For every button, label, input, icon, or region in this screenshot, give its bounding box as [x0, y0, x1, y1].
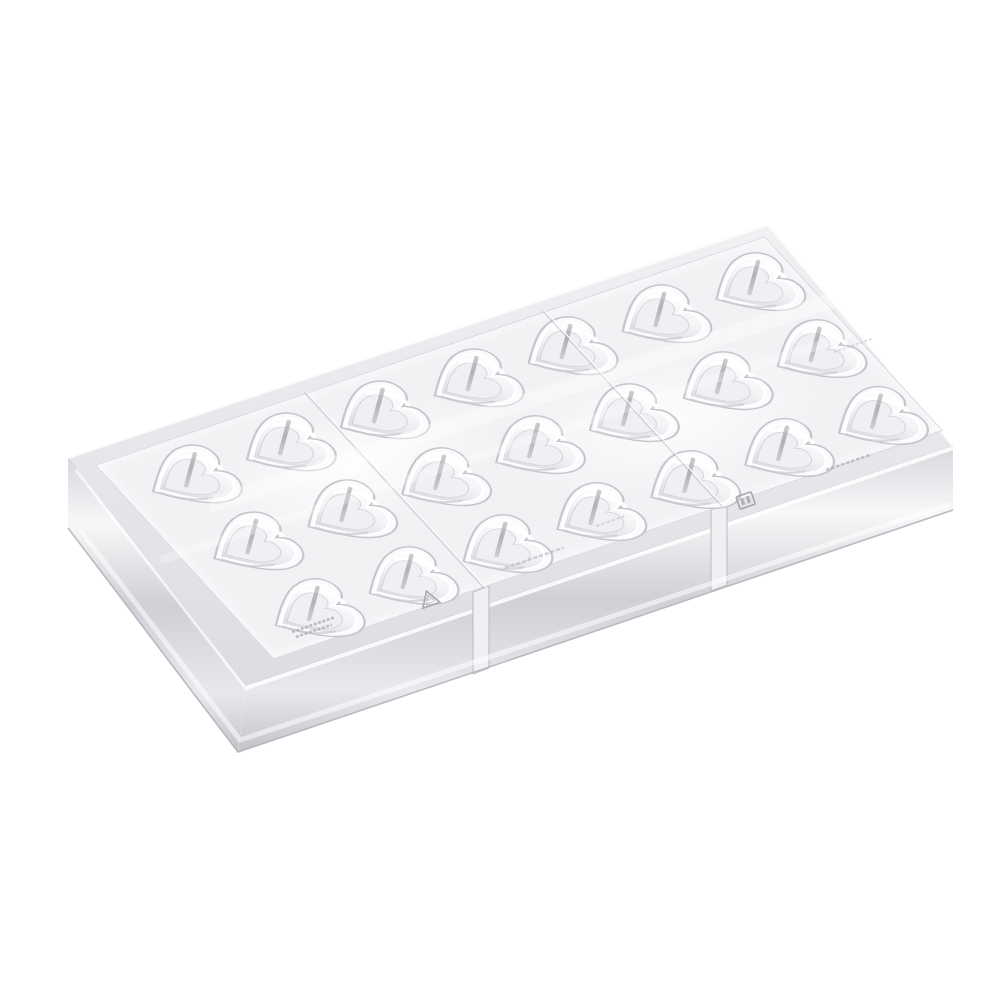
sheen-band [160, 335, 850, 560]
embossed-text-mark [826, 454, 871, 470]
sheen-band [210, 278, 900, 505]
surface-marks [0, 0, 1000, 1000]
material-triangle-mark [418, 588, 440, 608]
product-photo-stage [0, 0, 1000, 1000]
maker-logo-mark [736, 492, 755, 510]
embossed-text-mark [292, 617, 337, 638]
embossed-text-mark [596, 516, 624, 526]
embossed-text-mark [505, 548, 564, 568]
